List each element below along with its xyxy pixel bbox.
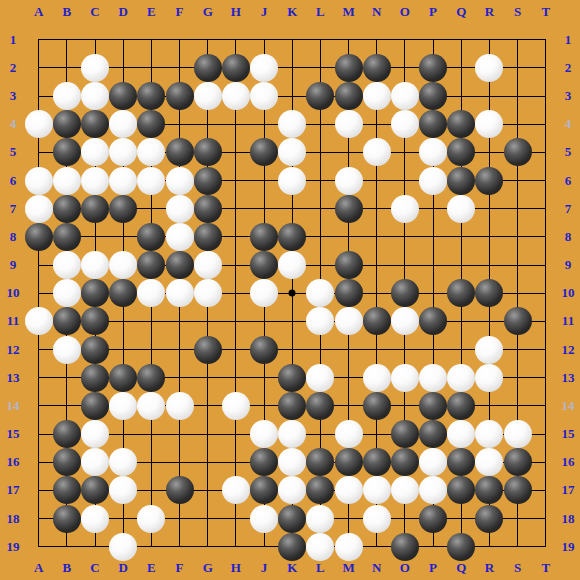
white-stone[interactable] [250,420,278,448]
row-label-right: 8 [565,229,572,245]
white-stone[interactable] [166,279,194,307]
black-stone[interactable] [278,505,306,533]
black-stone[interactable] [335,54,363,82]
white-stone[interactable] [166,223,194,251]
row-label-left: 18 [7,511,20,527]
white-stone[interactable] [25,110,53,138]
white-stone[interactable] [109,533,137,561]
black-stone[interactable] [391,420,419,448]
row-label-left: 5 [10,144,17,160]
black-stone[interactable] [25,223,53,251]
row-label-left: 8 [10,229,17,245]
column-label-top: O [400,4,410,20]
row-label-right: 15 [562,426,575,442]
white-stone[interactable] [194,279,222,307]
row-label-left: 3 [10,88,17,104]
black-stone[interactable] [194,223,222,251]
black-stone[interactable] [250,138,278,166]
row-label-left: 15 [7,426,20,442]
black-stone[interactable] [419,110,447,138]
black-stone[interactable] [137,251,165,279]
white-stone[interactable] [81,82,109,110]
black-stone[interactable] [166,138,194,166]
column-label-bottom: Q [456,560,466,576]
row-label-left: 10 [7,285,20,301]
row-label-left: 16 [7,454,20,470]
grid-line [545,39,546,547]
white-stone[interactable] [419,167,447,195]
black-stone[interactable] [363,54,391,82]
black-stone[interactable] [81,195,109,223]
black-stone[interactable] [250,251,278,279]
black-stone[interactable] [250,448,278,476]
black-stone[interactable] [166,251,194,279]
black-stone[interactable] [391,279,419,307]
black-stone[interactable] [166,476,194,504]
black-stone[interactable] [447,279,475,307]
column-label-top: D [119,4,128,20]
black-stone[interactable] [109,279,137,307]
black-stone[interactable] [419,82,447,110]
white-stone[interactable] [391,195,419,223]
black-stone[interactable] [53,505,81,533]
white-stone[interactable] [278,138,306,166]
white-stone[interactable] [81,251,109,279]
black-stone[interactable] [278,533,306,561]
row-label-right: 1 [565,32,572,48]
white-stone[interactable] [166,392,194,420]
black-stone[interactable] [335,448,363,476]
black-stone[interactable] [137,82,165,110]
row-label-right: 11 [562,313,574,329]
black-stone[interactable] [363,307,391,335]
black-stone[interactable] [194,138,222,166]
black-stone[interactable] [137,223,165,251]
white-stone[interactable] [419,476,447,504]
black-stone[interactable] [447,448,475,476]
white-stone[interactable] [53,251,81,279]
black-stone[interactable] [504,448,532,476]
black-stone[interactable] [278,392,306,420]
column-label-top: H [231,4,241,20]
row-label-left: 11 [7,313,19,329]
white-stone[interactable] [81,448,109,476]
row-label-left: 4 [10,116,17,132]
column-label-bottom: P [429,560,437,576]
white-stone[interactable] [222,392,250,420]
white-stone[interactable] [250,54,278,82]
row-label-left: 14 [7,398,20,414]
white-stone[interactable] [109,448,137,476]
row-label-right: 10 [562,285,575,301]
white-stone[interactable] [81,167,109,195]
column-label-bottom: B [63,560,72,576]
white-stone[interactable] [222,476,250,504]
column-label-bottom: J [261,560,268,576]
black-stone[interactable] [53,110,81,138]
white-stone[interactable] [250,82,278,110]
row-label-right: 3 [565,88,572,104]
white-stone[interactable] [447,195,475,223]
black-stone[interactable] [335,251,363,279]
column-label-bottom: L [316,560,325,576]
white-stone[interactable] [278,448,306,476]
column-label-bottom: O [400,560,410,576]
row-label-left: 9 [10,257,17,273]
black-stone[interactable] [53,476,81,504]
row-label-left: 1 [10,32,17,48]
black-stone[interactable] [81,364,109,392]
white-stone[interactable] [278,167,306,195]
white-stone[interactable] [278,420,306,448]
white-stone[interactable] [137,279,165,307]
black-stone[interactable] [81,110,109,138]
black-stone[interactable] [419,420,447,448]
white-stone[interactable] [53,82,81,110]
column-label-top: P [429,4,437,20]
column-label-bottom: M [342,560,354,576]
white-stone[interactable] [109,138,137,166]
white-stone[interactable] [306,279,334,307]
white-stone[interactable] [363,476,391,504]
white-stone[interactable] [363,364,391,392]
hoshi-point [289,290,296,297]
black-stone[interactable] [419,392,447,420]
white-stone[interactable] [166,195,194,223]
white-stone[interactable] [25,167,53,195]
white-stone[interactable] [391,364,419,392]
white-stone[interactable] [109,476,137,504]
column-label-top: B [63,4,72,20]
black-stone[interactable] [81,307,109,335]
go-board[interactable]: AABBCCDDEEFFGGHHJJKKLLMMNNOOPPQQRRSSTT11… [0,0,580,580]
white-stone[interactable] [137,138,165,166]
black-stone[interactable] [419,307,447,335]
black-stone[interactable] [475,476,503,504]
row-label-right: 4 [565,116,572,132]
black-stone[interactable] [250,476,278,504]
column-label-bottom: T [541,560,550,576]
white-stone[interactable] [222,82,250,110]
white-stone[interactable] [109,167,137,195]
black-stone[interactable] [306,82,334,110]
column-label-bottom: E [147,560,156,576]
row-label-right: 18 [562,511,575,527]
black-stone[interactable] [250,336,278,364]
white-stone[interactable] [475,336,503,364]
black-stone[interactable] [391,533,419,561]
black-stone[interactable] [166,82,194,110]
white-stone[interactable] [335,476,363,504]
white-stone[interactable] [475,54,503,82]
white-stone[interactable] [278,476,306,504]
white-stone[interactable] [109,110,137,138]
white-stone[interactable] [335,167,363,195]
black-stone[interactable] [53,138,81,166]
column-label-bottom: K [287,560,297,576]
white-stone[interactable] [25,307,53,335]
row-label-right: 2 [565,60,572,76]
white-stone[interactable] [278,110,306,138]
black-stone[interactable] [504,138,532,166]
black-stone[interactable] [447,392,475,420]
column-label-bottom: C [90,560,99,576]
row-label-right: 12 [562,342,575,358]
row-label-right: 16 [562,454,575,470]
white-stone[interactable] [81,54,109,82]
black-stone[interactable] [447,533,475,561]
black-stone[interactable] [194,54,222,82]
column-label-top: E [147,4,156,20]
white-stone[interactable] [137,392,165,420]
white-stone[interactable] [363,138,391,166]
white-stone[interactable] [81,138,109,166]
white-stone[interactable] [475,448,503,476]
column-label-bottom: G [203,560,213,576]
white-stone[interactable] [53,279,81,307]
white-stone[interactable] [306,364,334,392]
white-stone[interactable] [81,420,109,448]
black-stone[interactable] [81,476,109,504]
black-stone[interactable] [391,448,419,476]
black-stone[interactable] [475,505,503,533]
white-stone[interactable] [194,82,222,110]
white-stone[interactable] [475,110,503,138]
white-stone[interactable] [250,279,278,307]
column-label-bottom: A [34,560,43,576]
black-stone[interactable] [137,110,165,138]
row-label-right: 9 [565,257,572,273]
row-label-right: 17 [562,482,575,498]
black-stone[interactable] [53,195,81,223]
column-label-top: A [34,4,43,20]
black-stone[interactable] [306,448,334,476]
white-stone[interactable] [166,167,194,195]
row-label-right: 14 [562,398,575,414]
black-stone[interactable] [53,223,81,251]
column-label-bottom: D [119,560,128,576]
black-stone[interactable] [109,195,137,223]
black-stone[interactable] [53,420,81,448]
black-stone[interactable] [447,110,475,138]
black-stone[interactable] [335,279,363,307]
white-stone[interactable] [447,364,475,392]
row-label-left: 12 [7,342,20,358]
white-stone[interactable] [419,448,447,476]
black-stone[interactable] [306,476,334,504]
white-stone[interactable] [363,505,391,533]
white-stone[interactable] [137,167,165,195]
white-stone[interactable] [335,110,363,138]
row-label-right: 5 [565,144,572,160]
white-stone[interactable] [306,307,334,335]
black-stone[interactable] [419,54,447,82]
black-stone[interactable] [53,307,81,335]
white-stone[interactable] [194,251,222,279]
black-stone[interactable] [194,195,222,223]
black-stone[interactable] [335,195,363,223]
black-stone[interactable] [475,279,503,307]
white-stone[interactable] [391,82,419,110]
black-stone[interactable] [222,54,250,82]
black-stone[interactable] [363,392,391,420]
black-stone[interactable] [109,364,137,392]
row-label-right: 7 [565,201,572,217]
black-stone[interactable] [53,448,81,476]
black-stone[interactable] [306,392,334,420]
row-label-left: 17 [7,482,20,498]
white-stone[interactable] [363,82,391,110]
column-label-top: N [372,4,381,20]
black-stone[interactable] [81,336,109,364]
black-stone[interactable] [335,82,363,110]
black-stone[interactable] [475,167,503,195]
white-stone[interactable] [391,110,419,138]
column-label-top: T [541,4,550,20]
black-stone[interactable] [447,476,475,504]
black-stone[interactable] [194,336,222,364]
column-label-bottom: H [231,560,241,576]
white-stone[interactable] [391,476,419,504]
black-stone[interactable] [81,279,109,307]
white-stone[interactable] [109,392,137,420]
column-label-top: M [342,4,354,20]
white-stone[interactable] [137,505,165,533]
column-label-top: C [90,4,99,20]
row-label-left: 6 [10,173,17,189]
white-stone[interactable] [335,533,363,561]
white-stone[interactable] [53,167,81,195]
grid-line [38,349,546,350]
black-stone[interactable] [109,82,137,110]
row-label-left: 19 [7,539,20,555]
black-stone[interactable] [194,167,222,195]
black-stone[interactable] [81,392,109,420]
white-stone[interactable] [81,505,109,533]
row-label-left: 13 [7,370,20,386]
white-stone[interactable] [306,505,334,533]
white-stone[interactable] [475,420,503,448]
white-stone[interactable] [53,336,81,364]
white-stone[interactable] [250,505,278,533]
white-stone[interactable] [419,138,447,166]
white-stone[interactable] [504,420,532,448]
row-label-right: 13 [562,370,575,386]
column-label-top: Q [456,4,466,20]
column-label-top: G [203,4,213,20]
column-label-top: L [316,4,325,20]
row-label-right: 6 [565,173,572,189]
black-stone[interactable] [504,307,532,335]
white-stone[interactable] [391,307,419,335]
white-stone[interactable] [109,251,137,279]
column-label-top: J [261,4,268,20]
black-stone[interactable] [250,223,278,251]
column-label-bottom: N [372,560,381,576]
black-stone[interactable] [278,223,306,251]
white-stone[interactable] [335,307,363,335]
white-stone[interactable] [278,251,306,279]
row-label-right: 19 [562,539,575,555]
grid-line [38,321,546,322]
black-stone[interactable] [504,476,532,504]
row-label-left: 2 [10,60,17,76]
black-stone[interactable] [137,364,165,392]
black-stone[interactable] [363,448,391,476]
white-stone[interactable] [419,364,447,392]
white-stone[interactable] [335,420,363,448]
column-label-top: R [485,4,494,20]
white-stone[interactable] [475,364,503,392]
column-label-top: F [176,4,184,20]
column-label-top: S [514,4,521,20]
black-stone[interactable] [278,364,306,392]
white-stone[interactable] [25,195,53,223]
column-label-bottom: R [485,560,494,576]
column-label-top: K [287,4,297,20]
black-stone[interactable] [419,505,447,533]
white-stone[interactable] [447,420,475,448]
black-stone[interactable] [447,138,475,166]
column-label-bottom: F [176,560,184,576]
column-label-bottom: S [514,560,521,576]
row-label-left: 7 [10,201,17,217]
white-stone[interactable] [306,533,334,561]
black-stone[interactable] [447,167,475,195]
